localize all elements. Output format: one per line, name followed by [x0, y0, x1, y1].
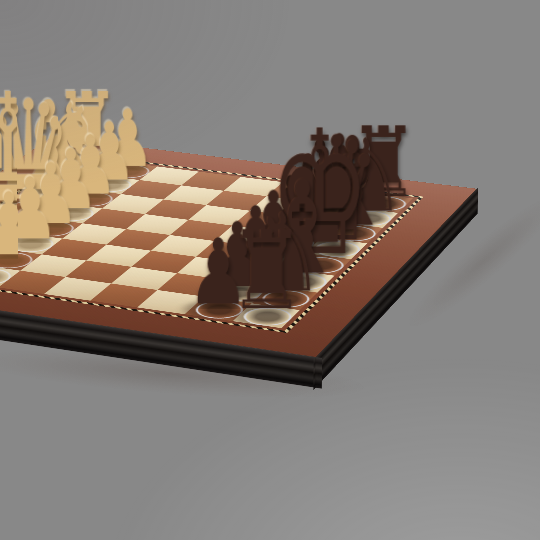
board-square — [157, 273, 223, 296]
board-square — [151, 235, 214, 257]
board-square — [86, 245, 151, 267]
board-square — [196, 241, 259, 263]
chess-board: ♜♟♟♜♞♟♟♞♝♟♟♝♛♟♟♛♚♟♟♚♝♟♟♝♞♟♟♞♜♟♟♜ — [0, 137, 477, 357]
board-square — [131, 251, 196, 273]
scene: ♜♟♟♜♞♟♟♞♝♟♟♝♛♟♟♛♚♟♟♚♝♟♟♝♞♟♟♞♜♟♟♜ — [0, 0, 540, 540]
photo-backdrop: ♜♟♟♜♞♟♟♞♝♟♟♝♛♟♟♛♚♟♟♚♝♟♟♝♞♟♟♞♜♟♟♜ — [0, 0, 540, 540]
board-square — [44, 277, 111, 301]
board-square — [90, 283, 157, 307]
board-square — [177, 257, 242, 280]
board-square — [111, 267, 177, 290]
board-square — [65, 261, 131, 284]
